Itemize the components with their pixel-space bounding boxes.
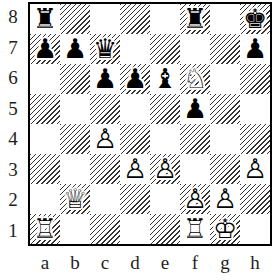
square-b8 bbox=[60, 4, 90, 34]
square-b3 bbox=[60, 154, 90, 184]
black-bishop: ♝ bbox=[153, 64, 177, 94]
black-pawn: ♟ bbox=[33, 34, 57, 64]
square-h5 bbox=[240, 94, 270, 124]
square-a1: ♖ bbox=[30, 214, 60, 244]
square-d7 bbox=[120, 34, 150, 64]
square-b5 bbox=[60, 94, 90, 124]
rank-label-8: 8 bbox=[0, 2, 26, 33]
white-rook: ♖ bbox=[183, 214, 207, 244]
square-f4 bbox=[180, 124, 210, 154]
square-d2 bbox=[120, 184, 150, 214]
white-rook: ♖ bbox=[33, 214, 57, 244]
square-d5 bbox=[120, 94, 150, 124]
square-d8 bbox=[120, 4, 150, 34]
square-f8: ♜ bbox=[180, 4, 210, 34]
square-a5 bbox=[30, 94, 60, 124]
black-pawn: ♟ bbox=[183, 94, 207, 124]
square-h3: ♙ bbox=[240, 154, 270, 184]
black-pawn: ♟ bbox=[243, 34, 267, 64]
black-pawn: ♟ bbox=[63, 34, 87, 64]
square-f6: ♘ bbox=[180, 64, 210, 94]
square-e3: ♙ bbox=[150, 154, 180, 184]
black-rook: ♜ bbox=[33, 4, 57, 34]
square-d6: ♟ bbox=[120, 64, 150, 94]
square-g3 bbox=[210, 154, 240, 184]
square-a8: ♜ bbox=[30, 4, 60, 34]
file-label-g: g bbox=[210, 248, 240, 278]
chess-board: ♜♜♚♟♟♛♟♟♟♝♘♟♙♙♙♙♕♙♙♖♖♔ bbox=[28, 2, 272, 246]
rank-labels: 87654321 bbox=[0, 2, 26, 246]
square-h1 bbox=[240, 214, 270, 244]
rank-label-5: 5 bbox=[0, 94, 26, 125]
file-label-a: a bbox=[30, 248, 60, 278]
square-f2: ♙ bbox=[180, 184, 210, 214]
file-labels: abcdefgh bbox=[30, 248, 270, 278]
white-pawn: ♙ bbox=[183, 184, 207, 214]
rank-label-7: 7 bbox=[0, 33, 26, 64]
black-pawn: ♟ bbox=[93, 64, 117, 94]
rank-label-2: 2 bbox=[0, 185, 26, 216]
square-g8 bbox=[210, 4, 240, 34]
white-pawn: ♙ bbox=[123, 154, 147, 184]
square-e5 bbox=[150, 94, 180, 124]
square-c3 bbox=[90, 154, 120, 184]
rank-label-4: 4 bbox=[0, 124, 26, 155]
square-f3 bbox=[180, 154, 210, 184]
file-label-d: d bbox=[120, 248, 150, 278]
square-e6: ♝ bbox=[150, 64, 180, 94]
square-b2: ♕ bbox=[60, 184, 90, 214]
black-queen: ♛ bbox=[93, 34, 117, 64]
square-b4 bbox=[60, 124, 90, 154]
square-c7: ♛ bbox=[90, 34, 120, 64]
square-e4 bbox=[150, 124, 180, 154]
square-a6 bbox=[30, 64, 60, 94]
square-f7 bbox=[180, 34, 210, 64]
square-d1 bbox=[120, 214, 150, 244]
square-h8: ♚ bbox=[240, 4, 270, 34]
square-c6: ♟ bbox=[90, 64, 120, 94]
square-g1: ♔ bbox=[210, 214, 240, 244]
square-e2 bbox=[150, 184, 180, 214]
square-f1: ♖ bbox=[180, 214, 210, 244]
white-pawn: ♙ bbox=[153, 154, 177, 184]
black-pawn: ♟ bbox=[123, 64, 147, 94]
square-e1 bbox=[150, 214, 180, 244]
chess-diagram: 87654321 ♜♜♚♟♟♛♟♟♟♝♘♟♙♙♙♙♕♙♙♖♖♔ abcdefgh bbox=[0, 0, 278, 280]
square-f5: ♟ bbox=[180, 94, 210, 124]
square-b7: ♟ bbox=[60, 34, 90, 64]
square-a4 bbox=[30, 124, 60, 154]
white-pawn: ♙ bbox=[93, 124, 117, 154]
square-a3 bbox=[30, 154, 60, 184]
black-rook: ♜ bbox=[183, 4, 207, 34]
file-label-h: h bbox=[240, 248, 270, 278]
rank-label-3: 3 bbox=[0, 155, 26, 186]
white-pawn: ♙ bbox=[243, 154, 267, 184]
white-queen: ♕ bbox=[63, 184, 87, 214]
square-h4 bbox=[240, 124, 270, 154]
square-b1 bbox=[60, 214, 90, 244]
square-a2 bbox=[30, 184, 60, 214]
square-d4 bbox=[120, 124, 150, 154]
black-king: ♚ bbox=[243, 4, 267, 34]
white-pawn: ♙ bbox=[213, 184, 237, 214]
square-c4: ♙ bbox=[90, 124, 120, 154]
square-h6 bbox=[240, 64, 270, 94]
square-b6 bbox=[60, 64, 90, 94]
square-g4 bbox=[210, 124, 240, 154]
file-label-e: e bbox=[150, 248, 180, 278]
file-label-f: f bbox=[180, 248, 210, 278]
square-c1 bbox=[90, 214, 120, 244]
rank-label-6: 6 bbox=[0, 63, 26, 94]
square-h2 bbox=[240, 184, 270, 214]
square-e8 bbox=[150, 4, 180, 34]
square-g2: ♙ bbox=[210, 184, 240, 214]
square-c5 bbox=[90, 94, 120, 124]
square-h7: ♟ bbox=[240, 34, 270, 64]
square-g7 bbox=[210, 34, 240, 64]
square-c8 bbox=[90, 4, 120, 34]
white-king: ♔ bbox=[213, 214, 237, 244]
white-knight: ♘ bbox=[183, 64, 207, 94]
square-d3: ♙ bbox=[120, 154, 150, 184]
square-e7 bbox=[150, 34, 180, 64]
file-label-c: c bbox=[90, 248, 120, 278]
square-c2 bbox=[90, 184, 120, 214]
square-g5 bbox=[210, 94, 240, 124]
square-a7: ♟ bbox=[30, 34, 60, 64]
square-g6 bbox=[210, 64, 240, 94]
rank-label-1: 1 bbox=[0, 216, 26, 247]
file-label-b: b bbox=[60, 248, 90, 278]
